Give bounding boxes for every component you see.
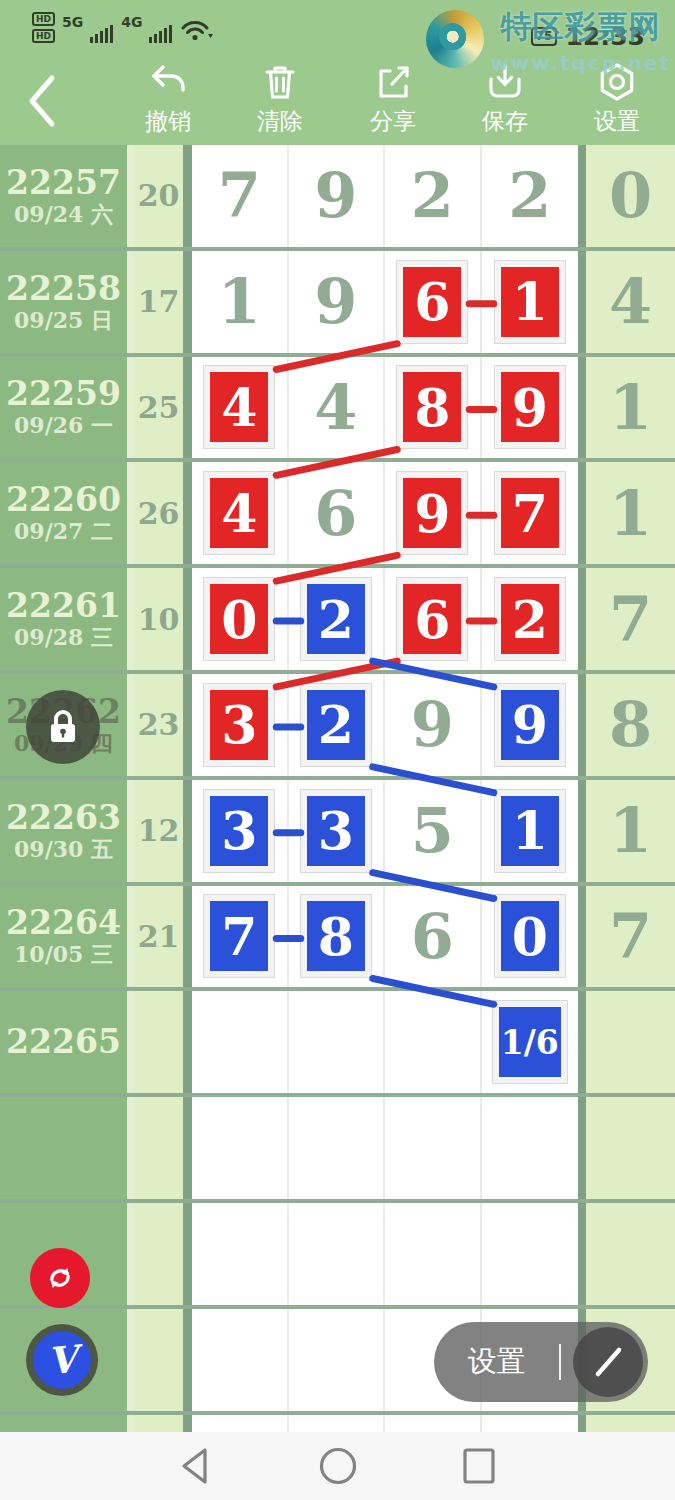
grid-cell[interactable]: 5: [385, 780, 482, 882]
marked-digit[interactable]: 6: [397, 261, 467, 343]
label-separator: [127, 1415, 134, 1432]
label-separator: [127, 1309, 134, 1411]
undo-icon: [146, 60, 190, 104]
grid-cell[interactable]: 9: [482, 357, 579, 459]
plain-digit[interactable]: 1: [218, 265, 261, 338]
plain-digit[interactable]: 9: [314, 265, 357, 338]
sum-cell: [134, 1203, 183, 1305]
grid-cell[interactable]: [289, 1203, 386, 1305]
draw-date: 09/26 一: [14, 413, 113, 437]
grid-cell[interactable]: 6: [289, 462, 386, 564]
grid-border: [578, 1203, 586, 1305]
undo-button[interactable]: 撤销: [122, 60, 214, 133]
table-row: 2226410/05 三2178607: [0, 886, 675, 992]
grid-cell[interactable]: 7: [192, 145, 289, 247]
back-button[interactable]: [24, 72, 60, 130]
grid-cell[interactable]: 9: [289, 251, 386, 353]
hd-icon: HD: [32, 29, 55, 43]
pill-settings-label[interactable]: 设置: [434, 1342, 559, 1382]
tail-digit-cell: 1: [586, 780, 675, 882]
issue-number: 22264: [6, 906, 121, 940]
signal-bars-icon: [90, 23, 114, 43]
issue-label-cell: 2226410/05 三: [0, 886, 127, 988]
label-separator: [127, 1203, 134, 1305]
grid-cell[interactable]: 6: [385, 251, 482, 353]
table-row: 2226009/27 二2646971: [0, 462, 675, 568]
issue-number: 22265: [6, 1025, 121, 1059]
marked-digit[interactable]: 2: [301, 578, 371, 660]
grid-border: [183, 145, 192, 247]
grid-cell[interactable]: 3: [289, 780, 386, 882]
grid-cell[interactable]: 6: [385, 886, 482, 988]
issue-label-cell: [0, 1415, 127, 1432]
grid-cell[interactable]: 1: [482, 251, 579, 353]
status-right: 75 12:33: [531, 22, 645, 51]
plain-digit[interactable]: 9: [314, 159, 357, 232]
settings-nut-icon: [595, 60, 639, 104]
plain-digit[interactable]: 4: [314, 371, 357, 444]
floating-settings-pill[interactable]: 设置: [434, 1322, 648, 1402]
issue-label-cell: [0, 1097, 127, 1199]
grid-cell[interactable]: 3: [192, 674, 289, 776]
grid-cell[interactable]: [192, 1415, 289, 1432]
grid-border: [183, 568, 192, 670]
grid-border: [183, 1309, 192, 1411]
issue-number: 22260: [6, 483, 121, 517]
marked-digit[interactable]: 3: [204, 790, 274, 872]
chart-rows: 2225709/24 六20792202225809/25 日171961422…: [0, 145, 675, 1432]
grid-border: [183, 991, 192, 1093]
tail-digit-cell: 0: [586, 145, 675, 247]
draw-date: 09/27 二: [14, 519, 113, 543]
plain-digit[interactable]: 6: [411, 900, 454, 973]
grid-border: [183, 251, 192, 353]
grid-border: [578, 1415, 586, 1432]
grid-cell[interactable]: [289, 1415, 386, 1432]
marked-digit[interactable]: 8: [301, 895, 371, 977]
grid-cell[interactable]: 4: [289, 357, 386, 459]
marked-digit[interactable]: 1/6: [493, 1001, 567, 1083]
table-row: [0, 1203, 675, 1309]
marked-digit[interactable]: 2: [301, 684, 371, 766]
nav-back-icon[interactable]: [174, 1443, 220, 1489]
table-row: 2226209/29 四2332998: [0, 674, 675, 780]
grid-cell[interactable]: 9: [385, 462, 482, 564]
grid-cell[interactable]: [289, 1097, 386, 1199]
grid-cell[interactable]: 0: [482, 886, 579, 988]
grid-border: [578, 462, 586, 564]
signature-tool-button[interactable]: V: [26, 1324, 98, 1396]
grid-border: [578, 251, 586, 353]
marked-digit[interactable]: 3: [301, 790, 371, 872]
refresh-button[interactable]: [30, 1248, 90, 1308]
marked-digit[interactable]: 0: [495, 895, 565, 977]
grid-cell[interactable]: 9: [482, 674, 579, 776]
issue-label-cell: 2225709/24 六: [0, 145, 127, 247]
signal-bars-icon: [149, 23, 173, 43]
tail-digit-cell: 1: [586, 462, 675, 564]
sum-cell: [134, 991, 183, 1093]
grid-cell[interactable]: 7: [192, 886, 289, 988]
trend-chart: 2225709/24 六20792202225809/25 日171961422…: [0, 145, 675, 1432]
save-button[interactable]: 保存: [459, 60, 551, 133]
tail-digit-cell: 1: [586, 357, 675, 459]
issue-label-cell: 2226309/30 五: [0, 780, 127, 882]
grid-cell[interactable]: 2: [289, 674, 386, 776]
grid-border: [578, 780, 586, 882]
tail-digit-cell: 7: [586, 568, 675, 670]
wifi-icon: [180, 18, 214, 42]
grid-cell[interactable]: [482, 1415, 579, 1432]
plain-digit[interactable]: 7: [218, 159, 261, 232]
pen-tool-button[interactable]: [573, 1327, 643, 1397]
clock-time: 12:33: [565, 22, 645, 51]
grid-border: [183, 357, 192, 459]
sum-cell: 12: [134, 780, 183, 882]
table-row: [0, 1097, 675, 1203]
grid-cell[interactable]: [192, 1309, 289, 1411]
grid-border: [183, 674, 192, 776]
issue-number: 22261: [6, 589, 121, 623]
save-icon: [483, 60, 527, 104]
table-row: [0, 1415, 675, 1432]
nav-recents-icon[interactable]: [456, 1443, 502, 1489]
label-separator: [127, 357, 134, 459]
issue-label-cell: 2226109/28 三: [0, 568, 127, 670]
sum-cell: [134, 1309, 183, 1411]
tail-digit-cell: [586, 1415, 675, 1432]
undo-label: 撤销: [145, 109, 191, 133]
pen-slash-icon: [573, 1327, 643, 1397]
issue-number: 22259: [6, 377, 121, 411]
status-left-icons: HD HD 5G 4G: [32, 12, 214, 43]
draw-date: 09/28 三: [14, 625, 113, 649]
network-5g-label: 5G: [62, 15, 83, 29]
android-navbar: [0, 1432, 675, 1500]
grid-cell[interactable]: 8: [385, 357, 482, 459]
grid-cell[interactable]: 9: [289, 145, 386, 247]
lock-button[interactable]: [26, 690, 100, 764]
plain-digit[interactable]: 9: [411, 688, 454, 761]
grid-border: [578, 1097, 586, 1199]
grid-cell[interactable]: [385, 1415, 482, 1432]
network-4g-label: 4G: [121, 15, 142, 29]
grid-cell[interactable]: 2: [289, 568, 386, 670]
grid-cell[interactable]: 1: [192, 251, 289, 353]
status-bar: HD HD 5G 4G 75 12:33: [0, 0, 675, 56]
grid-cell[interactable]: 2: [482, 568, 579, 670]
sum-cell: 20: [134, 145, 183, 247]
v-pen-icon: V: [45, 1337, 78, 1384]
toolbar: 撤销 清除 分享 保存: [0, 56, 675, 144]
label-separator: [127, 991, 134, 1093]
grid-border: [183, 1415, 192, 1432]
pill-divider: [559, 1344, 561, 1380]
sum-cell: 10: [134, 568, 183, 670]
grid-cell[interactable]: 1/6: [482, 991, 579, 1093]
marked-digit[interactable]: 6: [397, 578, 467, 660]
issue-label-cell: 2226009/27 二: [0, 462, 127, 564]
table-row: 2226109/28 三1002627: [0, 568, 675, 674]
table-row: 222651/6: [0, 991, 675, 1097]
grid-cell[interactable]: 6: [385, 568, 482, 670]
grid-border: [578, 568, 586, 670]
settings-button[interactable]: 设置: [571, 60, 663, 133]
signature-tool-inner: V: [33, 1331, 91, 1389]
table-row: 2225709/24 六2079220: [0, 145, 675, 251]
grid-cell[interactable]: [385, 991, 482, 1093]
grid-cell[interactable]: [385, 1203, 482, 1305]
marked-digit[interactable]: 4: [204, 472, 274, 554]
grid-cell[interactable]: [192, 991, 289, 1093]
issue-label-cell: 2225909/26 一: [0, 357, 127, 459]
grid-cell[interactable]: 2: [482, 145, 579, 247]
tail-digit-cell: 8: [586, 674, 675, 776]
marked-digit[interactable]: 9: [495, 684, 565, 766]
settings-label: 设置: [594, 109, 640, 133]
clear-button[interactable]: 清除: [234, 60, 326, 133]
table-row: 2226309/30 五1233511: [0, 780, 675, 886]
tail-digit-cell: 7: [586, 886, 675, 988]
issue-number: 22263: [6, 801, 121, 835]
draw-date: 09/30 五: [14, 837, 113, 861]
grid-border: [183, 1203, 192, 1305]
grid-cell[interactable]: 2: [385, 145, 482, 247]
share-label: 分享: [370, 109, 416, 133]
share-button[interactable]: 分享: [347, 60, 439, 133]
share-icon: [371, 60, 415, 104]
label-separator: [127, 886, 134, 988]
draw-date: 10/05 三: [14, 942, 113, 966]
tail-digit-cell: [586, 991, 675, 1093]
save-label: 保存: [482, 109, 528, 133]
tail-digit-cell: [586, 1097, 675, 1199]
nav-home-icon[interactable]: [315, 1443, 361, 1489]
grid-cell[interactable]: [192, 1097, 289, 1199]
sum-cell: [134, 1097, 183, 1199]
grid-cell[interactable]: 3: [192, 780, 289, 882]
marked-digit[interactable]: 9: [495, 366, 565, 448]
tail-digit-cell: [586, 1203, 675, 1305]
grid-cell[interactable]: [482, 1203, 579, 1305]
sum-cell: 17: [134, 251, 183, 353]
draw-date: 09/24 六: [14, 202, 113, 226]
label-separator: [127, 568, 134, 670]
marked-digit[interactable]: 7: [495, 472, 565, 554]
issue-number: 22257: [6, 166, 121, 200]
table-row: 2225809/25 日1719614: [0, 251, 675, 357]
draw-date: 09/25 日: [14, 308, 113, 332]
grid-border: [183, 462, 192, 564]
marked-digit[interactable]: 8: [397, 366, 467, 448]
grid-cell[interactable]: 4: [192, 462, 289, 564]
trash-icon: [258, 60, 302, 104]
grid-cell[interactable]: [385, 1097, 482, 1199]
chevron-left-icon: [24, 72, 60, 130]
label-separator: [127, 462, 134, 564]
issue-label-cell: 22265: [0, 991, 127, 1093]
hd-badges: HD HD: [32, 12, 55, 43]
plain-digit[interactable]: 2: [508, 159, 551, 232]
marked-digit[interactable]: 1: [495, 790, 565, 872]
marked-digit[interactable]: 1: [495, 261, 565, 343]
grid-cell[interactable]: 9: [385, 674, 482, 776]
sum-cell: [134, 1415, 183, 1432]
clear-label: 清除: [257, 109, 303, 133]
table-row: 2225909/26 一2544891: [0, 357, 675, 463]
lock-icon: [46, 708, 80, 746]
label-separator: [127, 145, 134, 247]
grid-border: [183, 780, 192, 882]
grid-cell[interactable]: 1: [482, 780, 579, 882]
plain-digit[interactable]: 2: [411, 159, 454, 232]
grid-border: [183, 1097, 192, 1199]
label-separator: [127, 780, 134, 882]
marked-digit[interactable]: 2: [495, 578, 565, 660]
tail-digit-cell: 4: [586, 251, 675, 353]
grid-cell[interactable]: 4: [192, 357, 289, 459]
grid-border: [183, 886, 192, 988]
sum-cell: 23: [134, 674, 183, 776]
grid-border: [578, 886, 586, 988]
grid-cell[interactable]: [482, 1097, 579, 1199]
label-separator: [127, 674, 134, 776]
grid-border: [578, 357, 586, 459]
plain-digit[interactable]: 5: [411, 794, 454, 867]
grid-cell[interactable]: 8: [289, 886, 386, 988]
grid-cell[interactable]: [289, 1309, 386, 1411]
label-separator: [127, 251, 134, 353]
marked-digit[interactable]: 4: [204, 366, 274, 448]
sum-cell: 21: [134, 886, 183, 988]
grid-border: [578, 991, 586, 1093]
marked-digit[interactable]: 0: [204, 578, 274, 660]
phone-screen: HD HD 5G 4G 75 12:33 特区彩: [0, 0, 675, 1500]
plain-digit[interactable]: 6: [314, 477, 357, 550]
issue-number: 22258: [6, 272, 121, 306]
issue-label-cell: 2225809/25 日: [0, 251, 127, 353]
marked-digit[interactable]: 7: [204, 895, 274, 977]
refresh-icon: [40, 1258, 80, 1298]
marked-digit[interactable]: 3: [204, 684, 274, 766]
grid-cell[interactable]: 0: [192, 568, 289, 670]
grid-border: [578, 674, 586, 776]
label-separator: [127, 1097, 134, 1199]
grid-cell[interactable]: 7: [482, 462, 579, 564]
sum-cell: 26: [134, 462, 183, 564]
grid-cell[interactable]: [192, 1203, 289, 1305]
marked-digit[interactable]: 9: [397, 472, 467, 554]
grid-cell[interactable]: [289, 991, 386, 1093]
grid-border: [578, 145, 586, 247]
sum-cell: 25: [134, 357, 183, 459]
battery-icon: 75: [531, 27, 558, 46]
hd-icon: HD: [32, 12, 55, 26]
